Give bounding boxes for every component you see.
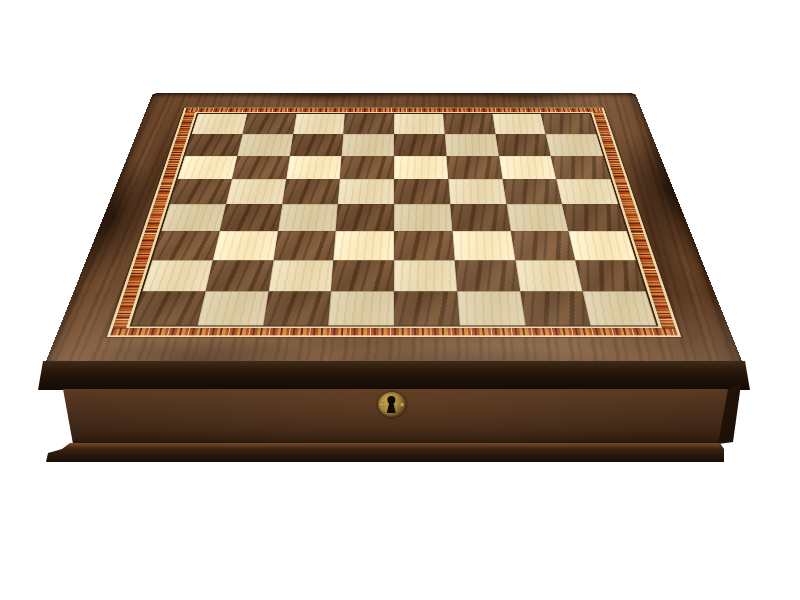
square-b4[interactable] bbox=[219, 204, 281, 231]
square-d2[interactable] bbox=[331, 260, 394, 291]
square-f3[interactable] bbox=[452, 231, 515, 260]
square-b3[interactable] bbox=[213, 231, 278, 260]
square-f8[interactable] bbox=[443, 114, 495, 134]
square-f7[interactable] bbox=[445, 134, 499, 156]
square-g1[interactable] bbox=[520, 291, 591, 325]
square-g5[interactable] bbox=[502, 179, 562, 204]
square-g6[interactable] bbox=[499, 156, 557, 179]
square-b7[interactable] bbox=[237, 134, 293, 156]
square-c5[interactable] bbox=[282, 179, 340, 204]
square-c1[interactable] bbox=[263, 291, 331, 325]
walnut-frame bbox=[44, 93, 744, 366]
square-g3[interactable] bbox=[510, 231, 575, 260]
square-g7[interactable] bbox=[495, 134, 551, 156]
square-d1[interactable] bbox=[328, 291, 394, 325]
escutcheon-screw-right bbox=[400, 402, 404, 407]
square-b8[interactable] bbox=[242, 114, 296, 134]
square-a6[interactable] bbox=[178, 156, 238, 179]
square-e1[interactable] bbox=[394, 291, 460, 325]
square-e6[interactable] bbox=[394, 156, 448, 179]
square-a5[interactable] bbox=[170, 179, 232, 204]
square-h8[interactable] bbox=[541, 114, 596, 134]
square-f2[interactable] bbox=[454, 260, 519, 291]
escutcheon-screw-left bbox=[380, 402, 384, 407]
square-h3[interactable] bbox=[569, 231, 636, 260]
square-d5[interactable] bbox=[338, 179, 394, 204]
square-h7[interactable] bbox=[546, 134, 603, 156]
square-b6[interactable] bbox=[232, 156, 290, 179]
square-f4[interactable] bbox=[450, 204, 510, 231]
photo-stage bbox=[0, 0, 800, 600]
square-b2[interactable] bbox=[205, 260, 273, 291]
square-e5[interactable] bbox=[394, 179, 450, 204]
square-d3[interactable] bbox=[334, 231, 394, 260]
square-d8[interactable] bbox=[343, 114, 394, 134]
square-b1[interactable] bbox=[197, 291, 268, 325]
square-a8[interactable] bbox=[192, 114, 247, 134]
square-a4[interactable] bbox=[161, 204, 226, 231]
square-e3[interactable] bbox=[394, 231, 454, 260]
square-c6[interactable] bbox=[286, 156, 342, 179]
square-e4[interactable] bbox=[394, 204, 452, 231]
square-e7[interactable] bbox=[394, 134, 446, 156]
square-c7[interactable] bbox=[289, 134, 343, 156]
keyhole-escutcheon bbox=[378, 392, 406, 417]
square-a3[interactable] bbox=[152, 231, 219, 260]
square-h6[interactable] bbox=[551, 156, 611, 179]
square-d7[interactable] bbox=[342, 134, 394, 156]
square-b5[interactable] bbox=[226, 179, 286, 204]
square-d6[interactable] bbox=[340, 156, 394, 179]
square-a1[interactable] bbox=[132, 291, 206, 325]
square-c2[interactable] bbox=[268, 260, 333, 291]
square-a2[interactable] bbox=[142, 260, 212, 291]
square-e2[interactable] bbox=[394, 260, 457, 291]
square-c8[interactable] bbox=[293, 114, 345, 134]
square-h2[interactable] bbox=[575, 260, 645, 291]
square-h5[interactable] bbox=[556, 179, 618, 204]
square-f1[interactable] bbox=[457, 291, 525, 325]
square-h1[interactable] bbox=[583, 291, 657, 325]
square-c4[interactable] bbox=[278, 204, 338, 231]
chess-board-grid bbox=[132, 114, 657, 326]
square-h4[interactable] bbox=[562, 204, 627, 231]
square-f5[interactable] bbox=[448, 179, 506, 204]
square-c3[interactable] bbox=[273, 231, 336, 260]
square-f6[interactable] bbox=[446, 156, 502, 179]
square-g2[interactable] bbox=[515, 260, 583, 291]
chess-storage-box bbox=[0, 0, 800, 600]
board-lid-top bbox=[44, 93, 744, 366]
square-d4[interactable] bbox=[336, 204, 394, 231]
square-g8[interactable] bbox=[492, 114, 546, 134]
square-a7[interactable] bbox=[185, 134, 242, 156]
inlay-red-band-bottom bbox=[110, 328, 677, 335]
square-e8[interactable] bbox=[394, 114, 445, 134]
square-g4[interactable] bbox=[506, 204, 568, 231]
